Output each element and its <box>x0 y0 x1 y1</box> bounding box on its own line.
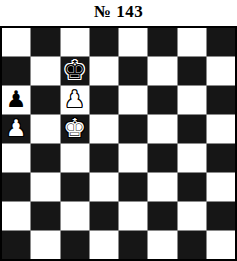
square-a6: ♟ <box>2 86 30 114</box>
square-f2 <box>148 202 176 230</box>
piece-white-pawn: ♟ <box>6 117 27 140</box>
square-a3 <box>2 173 30 201</box>
chess-diagram-page: № 143 ♚♟♟♟♚ <box>0 0 237 261</box>
square-a7 <box>2 57 30 85</box>
square-b4 <box>31 144 59 172</box>
square-e5 <box>119 115 147 143</box>
square-c1 <box>61 231 89 259</box>
square-a2 <box>2 202 30 230</box>
square-f4 <box>148 144 176 172</box>
square-g4 <box>178 144 206 172</box>
square-a1 <box>2 231 30 259</box>
square-d4 <box>90 144 118 172</box>
square-d3 <box>90 173 118 201</box>
square-h2 <box>207 202 235 230</box>
square-c2 <box>61 202 89 230</box>
square-h1 <box>207 231 235 259</box>
square-g7 <box>178 57 206 85</box>
square-b5 <box>31 115 59 143</box>
square-g1 <box>178 231 206 259</box>
square-c4 <box>61 144 89 172</box>
square-d7 <box>90 57 118 85</box>
square-d8 <box>90 28 118 56</box>
square-c3 <box>61 173 89 201</box>
piece-black-king: ♚ <box>63 57 86 83</box>
square-a5: ♟ <box>2 115 30 143</box>
square-d1 <box>90 231 118 259</box>
square-b1 <box>31 231 59 259</box>
square-e4 <box>119 144 147 172</box>
square-e7 <box>119 57 147 85</box>
square-e6 <box>119 86 147 114</box>
square-h3 <box>207 173 235 201</box>
piece-white-pawn: ♟ <box>64 88 85 111</box>
square-e2 <box>119 202 147 230</box>
square-f3 <box>148 173 176 201</box>
square-h4 <box>207 144 235 172</box>
square-c8 <box>61 28 89 56</box>
square-f5 <box>148 115 176 143</box>
piece-black-pawn: ♟ <box>6 88 27 111</box>
square-b7 <box>31 57 59 85</box>
square-a8 <box>2 28 30 56</box>
square-f8 <box>148 28 176 56</box>
square-h6 <box>207 86 235 114</box>
square-d2 <box>90 202 118 230</box>
board-frame: ♚♟♟♟♚ <box>0 26 237 261</box>
chess-board: ♚♟♟♟♚ <box>0 26 237 261</box>
square-c6: ♟ <box>61 86 89 114</box>
piece-white-king: ♚ <box>63 115 86 141</box>
square-b3 <box>31 173 59 201</box>
square-g8 <box>178 28 206 56</box>
square-h8 <box>207 28 235 56</box>
square-h5 <box>207 115 235 143</box>
square-d5 <box>90 115 118 143</box>
square-e8 <box>119 28 147 56</box>
square-g3 <box>178 173 206 201</box>
square-f7 <box>148 57 176 85</box>
square-h7 <box>207 57 235 85</box>
square-a4 <box>2 144 30 172</box>
square-e3 <box>119 173 147 201</box>
square-f1 <box>148 231 176 259</box>
square-e1 <box>119 231 147 259</box>
square-g2 <box>178 202 206 230</box>
square-b6 <box>31 86 59 114</box>
square-d6 <box>90 86 118 114</box>
square-c7: ♚ <box>61 57 89 85</box>
square-b8 <box>31 28 59 56</box>
square-g6 <box>178 86 206 114</box>
square-c5: ♚ <box>61 115 89 143</box>
square-b2 <box>31 202 59 230</box>
square-f6 <box>148 86 176 114</box>
puzzle-number-title: № 143 <box>0 0 237 26</box>
square-g5 <box>178 115 206 143</box>
